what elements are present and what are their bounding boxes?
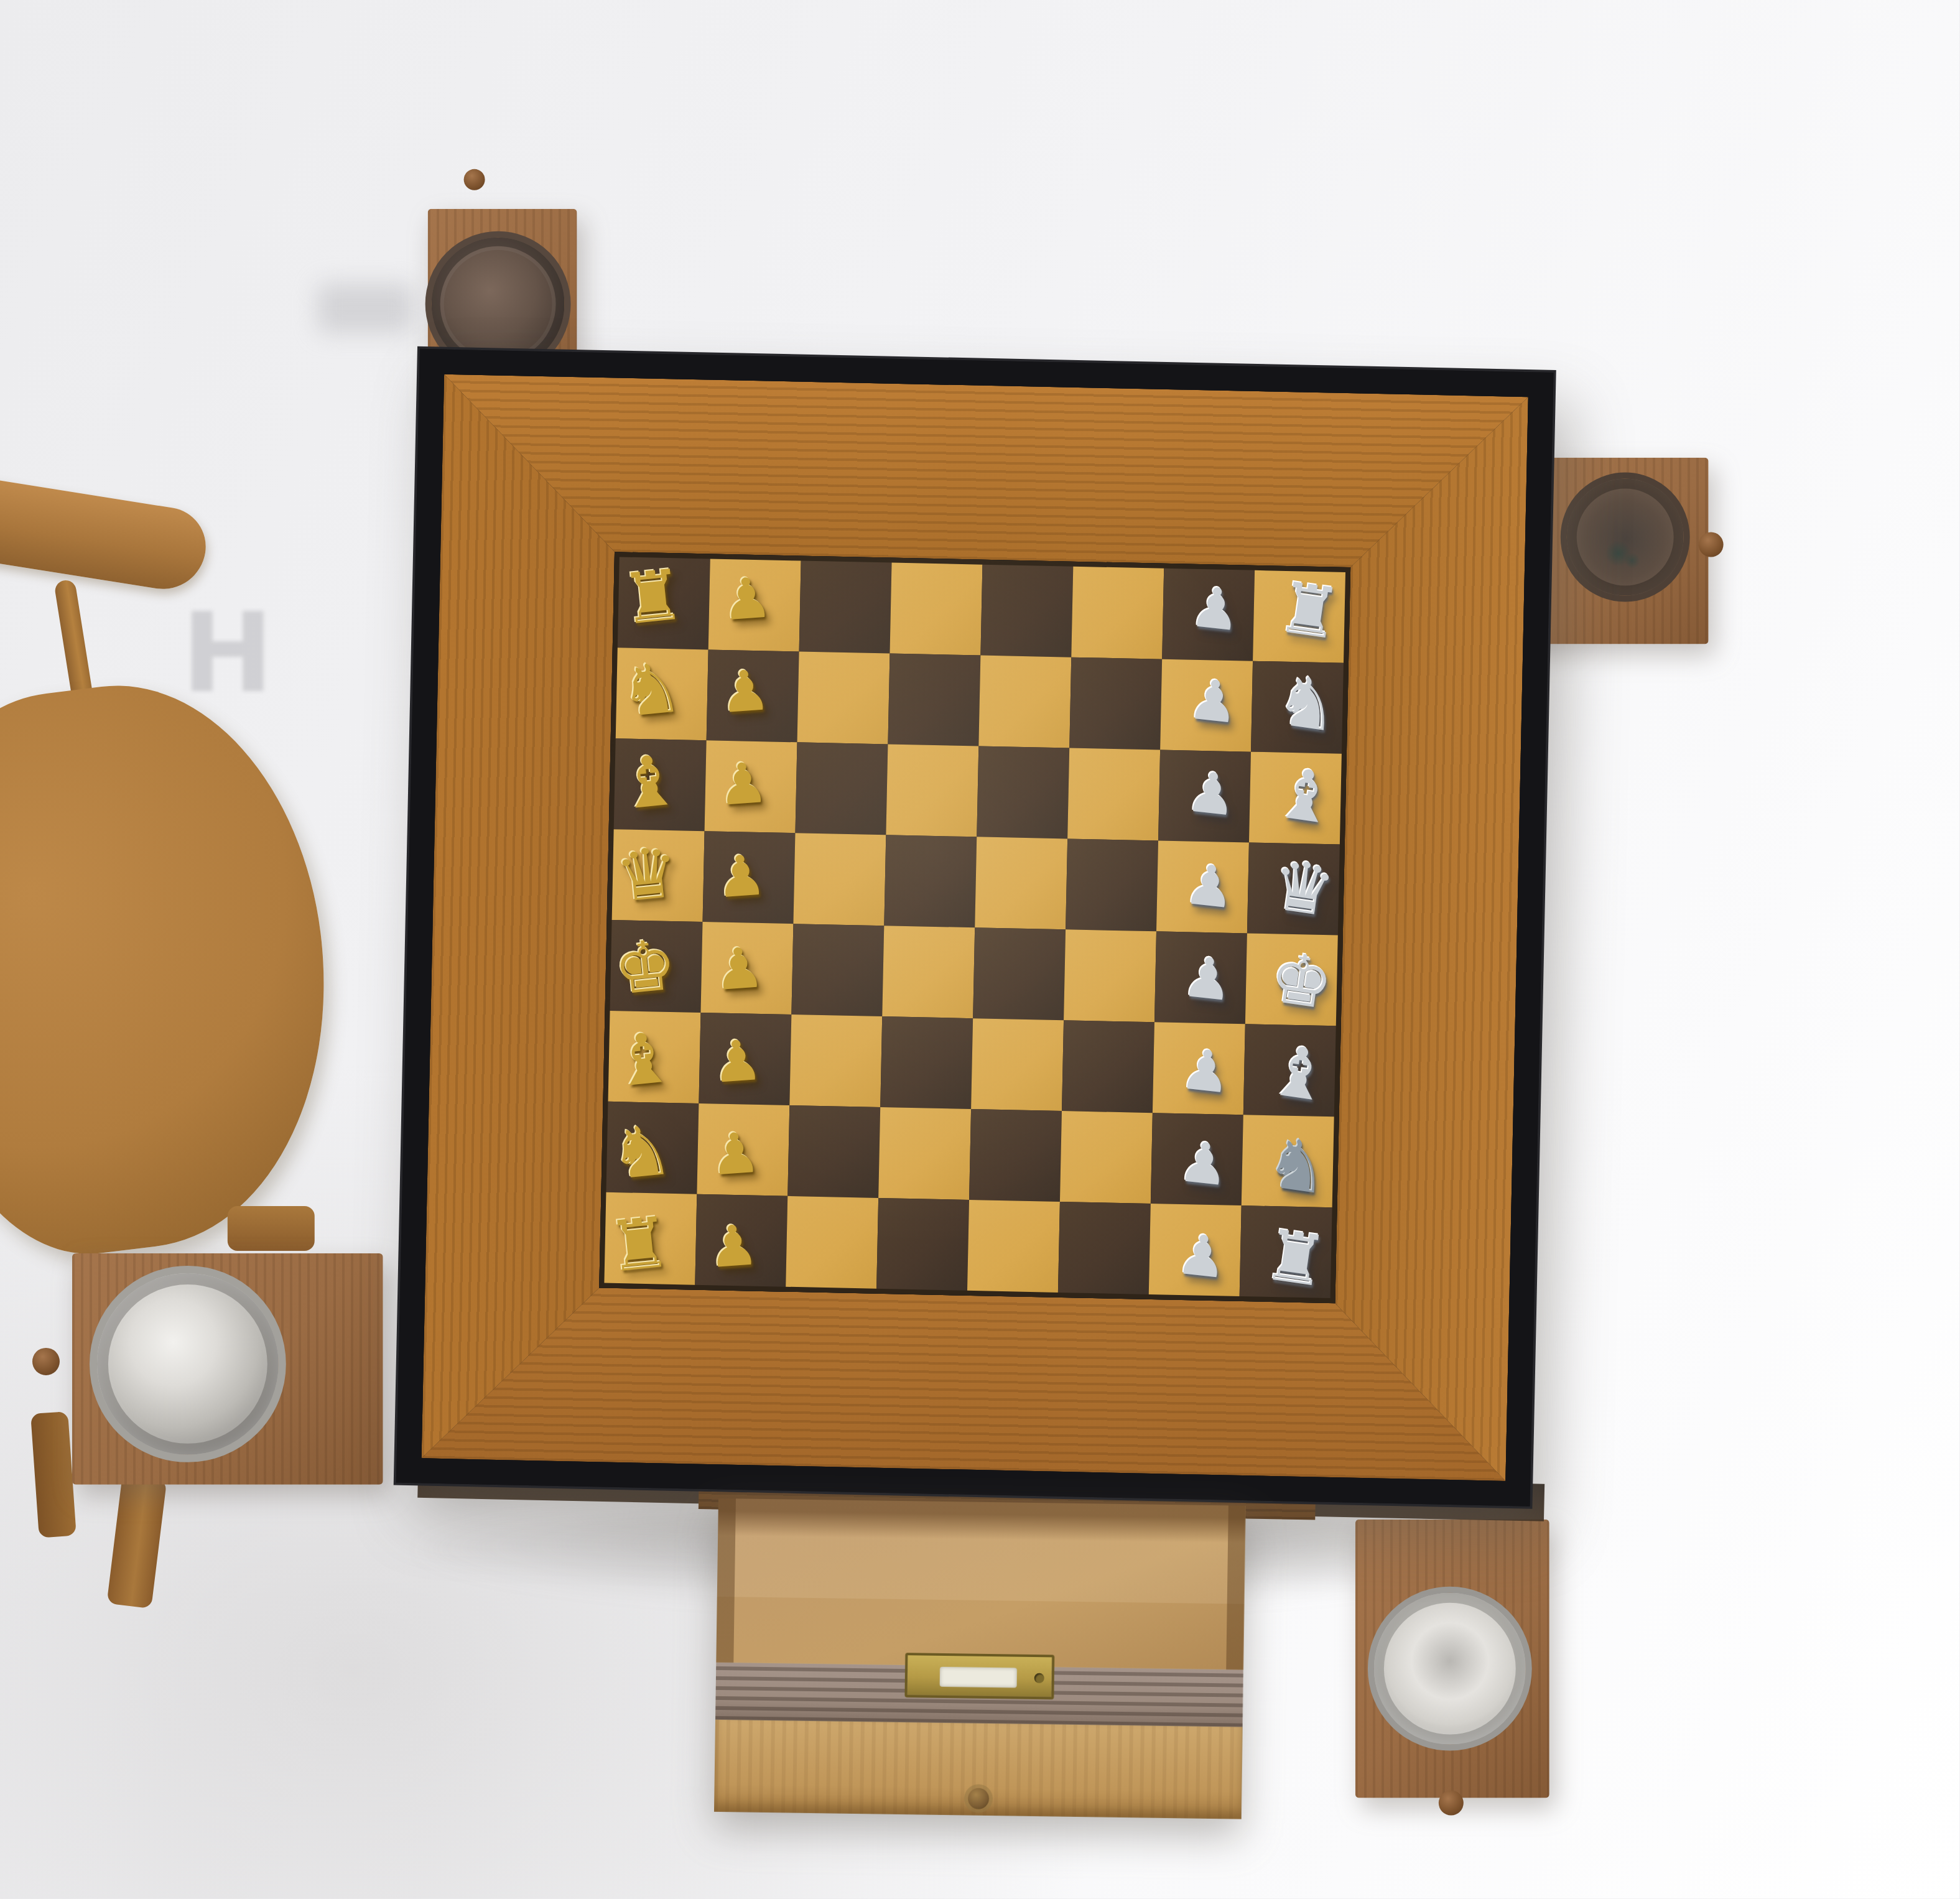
square-d5[interactable] <box>975 837 1067 929</box>
square-e7[interactable]: ♟ <box>1154 931 1247 1024</box>
chrome-dome-dish-bottom-left <box>90 1266 286 1462</box>
square-g8[interactable]: ♞ <box>1242 1115 1334 1207</box>
drawer-open <box>714 1498 1246 1819</box>
square-f7[interactable]: ♟ <box>1153 1022 1245 1115</box>
square-f8[interactable]: ♝ <box>1243 1024 1336 1117</box>
chair-backrest-rail <box>0 476 211 595</box>
tray-knob-top <box>464 169 485 190</box>
square-b1[interactable]: ♞ <box>616 648 708 740</box>
square-e6[interactable] <box>1064 929 1156 1022</box>
piece-black-pawn-a7[interactable]: ♟ <box>1188 578 1244 639</box>
piece-white-pawn-c2[interactable]: ♟ <box>717 754 770 814</box>
square-d3[interactable] <box>793 833 886 926</box>
square-c5[interactable] <box>977 746 1069 838</box>
backdrop-smudge <box>317 284 414 333</box>
square-e5[interactable] <box>973 927 1066 1020</box>
piece-black-king-e8[interactable]: ♚ <box>1266 942 1337 1019</box>
square-b5[interactable] <box>978 656 1071 748</box>
drawer-plate-label <box>940 1667 1017 1688</box>
square-a5[interactable] <box>980 565 1073 657</box>
square-a1[interactable]: ♜ <box>618 557 710 649</box>
square-a7[interactable]: ♟ <box>1162 569 1255 661</box>
square-g3[interactable] <box>787 1105 880 1198</box>
square-h5[interactable] <box>967 1200 1060 1293</box>
square-h8[interactable]: ♜ <box>1240 1205 1332 1298</box>
square-a2[interactable]: ♟ <box>708 559 801 652</box>
drawer-interior <box>716 1498 1245 1670</box>
chair-front-leg <box>228 1206 315 1251</box>
piece-white-pawn-a2[interactable]: ♟ <box>720 569 774 628</box>
piece-black-pawn-e7[interactable]: ♟ <box>1180 948 1236 1009</box>
game-table-top: ♜♟♟♜♞♟♟♞♝♟♟♝♛♟♟♛♚♟♟♚♝♟♟♝♞♟♟♞♜♟♟♜ <box>396 349 1554 1507</box>
square-f5[interactable] <box>971 1018 1064 1111</box>
board-edge-inlay: ♜♟♟♜♞♟♟♞♝♟♟♝♛♟♟♛♚♟♟♚♝♟♟♝♞♟♟♞♜♟♟♜ <box>599 552 1350 1303</box>
square-h2[interactable]: ♟ <box>695 1194 787 1287</box>
square-f6[interactable] <box>1062 1020 1154 1113</box>
piece-white-pawn-f2[interactable]: ♟ <box>711 1032 764 1091</box>
piece-white-knight-b1[interactable]: ♞ <box>617 652 686 728</box>
piece-white-knight-g1[interactable]: ♞ <box>607 1114 676 1190</box>
square-e1[interactable]: ♚ <box>610 920 703 1013</box>
square-d1[interactable]: ♛ <box>612 829 705 922</box>
square-b2[interactable]: ♟ <box>707 649 799 742</box>
piece-black-knight-b8[interactable]: ♞ <box>1272 664 1344 742</box>
square-h4[interactable] <box>876 1198 969 1291</box>
square-c4[interactable] <box>886 744 978 837</box>
chair-leg-2 <box>30 1411 77 1538</box>
chair-leg <box>107 1475 167 1609</box>
square-d8[interactable]: ♛ <box>1247 843 1340 936</box>
square-e2[interactable]: ♟ <box>700 922 793 1015</box>
square-d2[interactable]: ♟ <box>703 831 796 924</box>
piece-white-pawn-g2[interactable]: ♟ <box>708 1125 762 1184</box>
square-b6[interactable] <box>1069 657 1162 750</box>
piece-black-knight-g8[interactable]: ♞ <box>1262 1126 1334 1204</box>
piece-black-bishop-c8[interactable]: ♝ <box>1270 757 1342 835</box>
square-b8[interactable]: ♞ <box>1251 661 1344 754</box>
square-g7[interactable]: ♟ <box>1151 1113 1243 1205</box>
square-c6[interactable] <box>1067 748 1160 841</box>
square-d7[interactable]: ♟ <box>1156 840 1249 933</box>
square-h1[interactable]: ♜ <box>604 1192 697 1285</box>
chair-seat <box>0 664 356 1271</box>
piece-white-bishop-c1[interactable]: ♝ <box>615 744 684 820</box>
backdrop-watermark: H <box>172 595 284 713</box>
square-h6[interactable] <box>1058 1202 1151 1294</box>
square-f1[interactable]: ♝ <box>608 1011 701 1103</box>
square-e8[interactable]: ♚ <box>1245 933 1338 1026</box>
square-a6[interactable] <box>1071 567 1164 659</box>
square-a3[interactable] <box>799 561 892 654</box>
tray-knob-bottom-right <box>1439 1791 1464 1816</box>
square-c2[interactable]: ♟ <box>705 740 797 833</box>
square-f2[interactable]: ♟ <box>699 1013 791 1105</box>
piece-white-pawn-d2[interactable]: ♟ <box>715 847 768 906</box>
piece-white-pawn-h2[interactable]: ♟ <box>707 1217 760 1276</box>
patina-dish-right <box>1561 473 1690 602</box>
square-f3[interactable] <box>789 1015 882 1107</box>
piece-black-pawn-f7[interactable]: ♟ <box>1178 1041 1234 1102</box>
piece-black-queen-d8[interactable]: ♛ <box>1268 849 1340 927</box>
square-a8[interactable]: ♜ <box>1253 570 1345 663</box>
piece-black-pawn-g7[interactable]: ♟ <box>1176 1133 1232 1194</box>
chrome-dish-bottom-right <box>1368 1587 1532 1751</box>
piece-white-pawn-b2[interactable]: ♟ <box>718 662 772 721</box>
piece-white-king-e1[interactable]: ♚ <box>611 929 680 1005</box>
tray-knob-right <box>1699 532 1724 557</box>
drawer-brass-latch-plate <box>904 1653 1054 1699</box>
piece-black-pawn-d7[interactable]: ♟ <box>1182 856 1238 917</box>
square-c7[interactable]: ♟ <box>1158 750 1251 843</box>
chess-board: ♜♟♟♜♞♟♟♞♝♟♟♝♛♟♟♛♚♟♟♚♝♟♟♝♞♟♟♞♜♟♟♜ <box>604 557 1345 1298</box>
square-h3[interactable] <box>786 1196 878 1289</box>
photo-scene: H ♜♟♟♜♞♟♟♞♝♟♟♝♛♟♟♛♚♟♟♚♝♟♟♝♞♟♟♞♜♟♟♜ <box>0 0 1959 1898</box>
square-c3[interactable] <box>795 742 888 835</box>
square-c8[interactable]: ♝ <box>1249 752 1342 845</box>
square-g1[interactable]: ♞ <box>606 1102 699 1194</box>
piece-white-queen-d1[interactable]: ♛ <box>613 837 682 912</box>
piece-white-rook-a1[interactable]: ♜ <box>619 559 688 635</box>
piece-black-pawn-b7[interactable]: ♟ <box>1186 671 1242 731</box>
piece-white-rook-h1[interactable]: ♜ <box>605 1207 674 1283</box>
square-f4[interactable] <box>880 1016 973 1109</box>
drawer-plate-screw <box>1034 1673 1044 1683</box>
square-c1[interactable]: ♝ <box>614 738 707 831</box>
piece-black-rook-h8[interactable]: ♜ <box>1260 1219 1332 1297</box>
piece-white-pawn-e2[interactable]: ♟ <box>713 939 766 998</box>
square-b4[interactable] <box>888 654 980 746</box>
square-b3[interactable] <box>797 651 890 744</box>
square-e3[interactable] <box>791 924 884 1016</box>
square-h7[interactable]: ♟ <box>1149 1204 1242 1296</box>
square-g2[interactable]: ♟ <box>697 1103 789 1196</box>
tray-knob-bottom-left <box>32 1348 60 1375</box>
square-d6[interactable] <box>1066 838 1158 931</box>
piece-black-pawn-h7[interactable]: ♟ <box>1174 1226 1230 1287</box>
square-g6[interactable] <box>1060 1111 1153 1204</box>
piece-white-bishop-f1[interactable]: ♝ <box>610 1021 679 1097</box>
square-a4[interactable] <box>889 563 982 656</box>
square-g5[interactable] <box>969 1109 1062 1202</box>
square-b7[interactable]: ♟ <box>1160 659 1253 752</box>
square-g4[interactable] <box>878 1107 971 1200</box>
square-e4[interactable] <box>882 926 975 1018</box>
square-d4[interactable] <box>884 835 977 927</box>
piece-black-bishop-f8[interactable]: ♝ <box>1264 1034 1335 1112</box>
piece-black-pawn-c7[interactable]: ♟ <box>1184 763 1240 824</box>
piece-black-rook-a8[interactable]: ♜ <box>1274 572 1345 649</box>
